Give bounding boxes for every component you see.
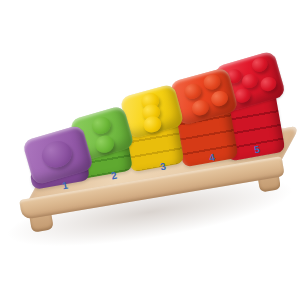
bump-dome <box>183 82 203 101</box>
base-number-5: 5 <box>253 145 261 156</box>
counting-toy-photo: 1 2 3 4 5 <box>0 0 300 300</box>
base-number-1: 1 <box>61 181 69 192</box>
bump-dome <box>39 138 75 171</box>
bump-dome <box>209 89 229 108</box>
base-number-4: 4 <box>208 153 216 164</box>
bump-dome <box>93 133 116 155</box>
bump-dome <box>250 56 269 74</box>
bump-dome <box>90 115 113 137</box>
base-number-2: 2 <box>110 171 118 182</box>
bump-dome <box>190 98 210 117</box>
bump-dome <box>259 75 278 93</box>
base-number-3: 3 <box>159 162 167 173</box>
bump-dome <box>202 72 222 91</box>
